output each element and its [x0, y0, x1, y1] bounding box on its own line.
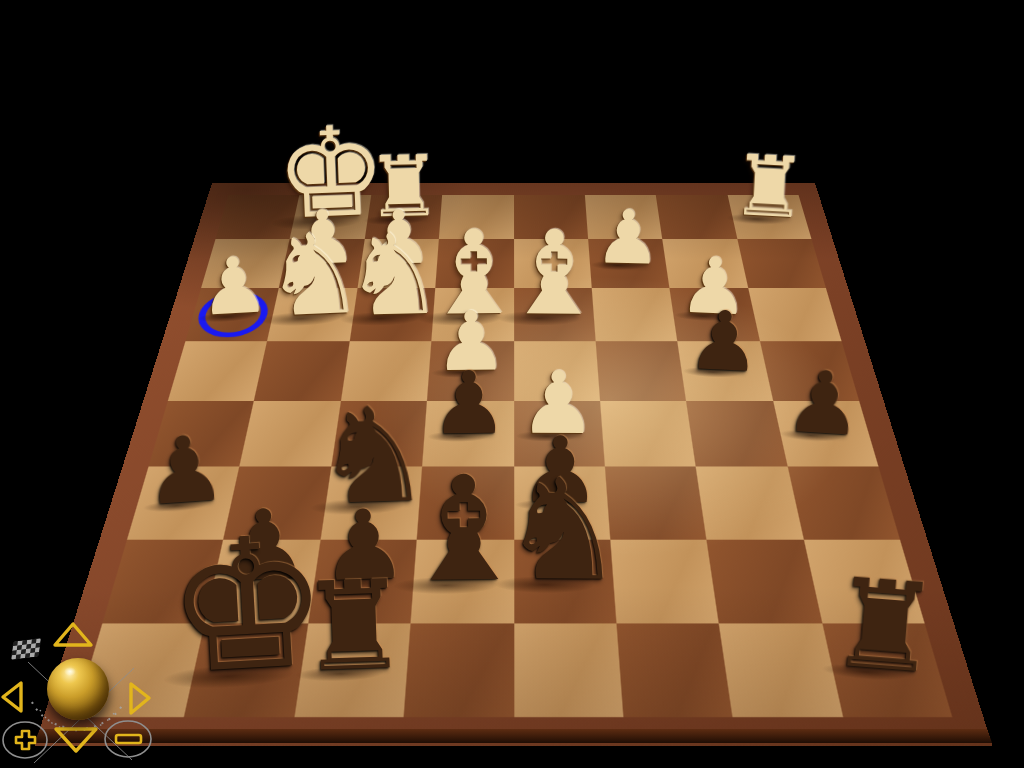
square-a6[interactable] [787, 466, 900, 540]
piece-white-bishop-d3[interactable]: ♝ [501, 215, 606, 332]
square-h4[interactable] [168, 341, 267, 400]
piece-black-knight-d7[interactable]: ♞ [500, 461, 627, 602]
square-d8[interactable] [514, 623, 624, 717]
square-b6[interactable] [696, 466, 803, 540]
piece-black-pawn-a5[interactable]: ♟ [783, 357, 866, 448]
square-e8[interactable] [404, 623, 514, 717]
piece-white-rook-a1[interactable]: ♜ [729, 143, 808, 231]
checkered-flag-icon [11, 638, 41, 660]
piece-black-rook-f8[interactable]: ♜ [298, 563, 411, 689]
pan-left-button[interactable] [3, 683, 21, 711]
view-navigation-widget [0, 616, 172, 768]
pan-down-button[interactable] [56, 729, 96, 751]
square-c7[interactable] [610, 540, 719, 623]
zoom-in-button[interactable] [3, 722, 47, 758]
piece-black-rook-a8[interactable]: ♜ [826, 561, 945, 691]
chess-app-screen: ♚♜♜♟♟♟♟♞♞♝♝♟♟♟♟♟♟♟♞♟♟♟♝♞♚♜♜ [0, 0, 1024, 768]
piece-black-pawn-b4[interactable]: ♟ [686, 299, 763, 384]
square-c8[interactable] [616, 623, 733, 717]
piece-black-pawn-e5[interactable]: ♟ [430, 359, 508, 446]
pan-right-button[interactable] [131, 684, 149, 713]
square-b7[interactable] [707, 540, 822, 623]
zoom-out-button[interactable] [105, 721, 151, 757]
pan-up-button[interactable] [55, 624, 91, 645]
view-trackball[interactable] [47, 658, 109, 720]
